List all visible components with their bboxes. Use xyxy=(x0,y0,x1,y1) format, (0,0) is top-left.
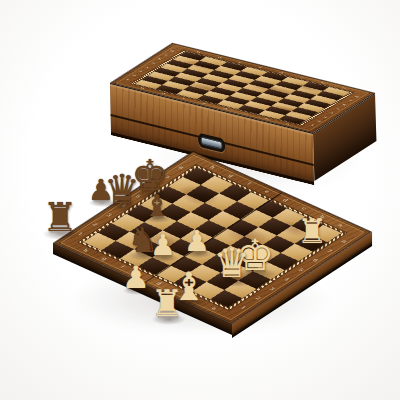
box-clasp[interactable] xyxy=(198,132,225,153)
product-scene: hgfedcbahgfedcba8765432187654321 hgfedcb… xyxy=(0,0,400,400)
piece-light-pawn-d4[interactable]: ♟ xyxy=(184,227,210,256)
piece-dark-queen-g5[interactable]: ♛ xyxy=(104,169,140,209)
piece-light-rook-e1[interactable]: ♜ xyxy=(150,285,183,322)
piece-light-pawn-e4[interactable]: ♟ xyxy=(150,231,176,260)
clasp-latch-icon xyxy=(201,136,223,149)
piece-dark-bishop-f5[interactable]: ♝ xyxy=(144,191,171,221)
piece-dark-rook-h1[interactable]: ♜ xyxy=(42,197,78,237)
piece-light-rook-a6[interactable]: ♜ xyxy=(297,214,327,248)
piece-light-pawn-e2[interactable]: ♟ xyxy=(122,262,150,293)
piece-light-queen-c3[interactable]: ♛ xyxy=(214,243,251,284)
